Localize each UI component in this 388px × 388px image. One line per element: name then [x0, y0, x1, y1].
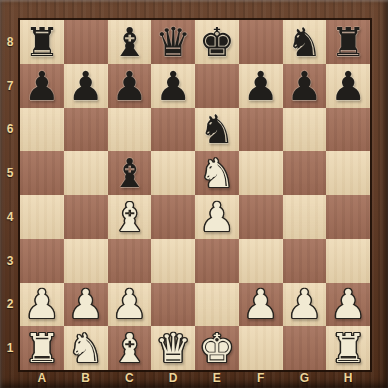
square-g8[interactable]: ♞: [283, 20, 327, 64]
square-a1[interactable]: ♜: [20, 326, 64, 370]
square-b6[interactable]: [64, 108, 108, 152]
square-g1[interactable]: [283, 326, 327, 370]
square-h4[interactable]: [326, 195, 370, 239]
square-a7[interactable]: ♟: [20, 64, 64, 108]
piece-white-rook[interactable]: ♜: [330, 328, 366, 368]
piece-black-bishop[interactable]: ♝: [111, 22, 147, 62]
piece-white-knight[interactable]: ♞: [199, 153, 235, 193]
board: ♜♝♛♚♞♜♟♟♟♟♟♟♟♞♝♞♝♟♟♟♟♟♟♟♜♞♝♛♚♜: [20, 20, 370, 370]
square-f1[interactable]: [239, 326, 283, 370]
rank-label-6: 6: [0, 108, 20, 152]
rank-label-2: 2: [0, 283, 20, 327]
square-a3[interactable]: [20, 239, 64, 283]
square-b1[interactable]: ♞: [64, 326, 108, 370]
file-label-f: F: [239, 370, 283, 386]
square-a4[interactable]: [20, 195, 64, 239]
file-label-g: G: [283, 370, 327, 386]
piece-black-pawn[interactable]: ♟: [111, 66, 147, 106]
square-e3[interactable]: [195, 239, 239, 283]
piece-white-pawn[interactable]: ♟: [111, 284, 147, 324]
rank-label-3: 3: [0, 239, 20, 283]
square-f4[interactable]: [239, 195, 283, 239]
piece-black-pawn[interactable]: ♟: [24, 66, 60, 106]
square-a5[interactable]: [20, 151, 64, 195]
piece-white-rook[interactable]: ♜: [24, 328, 60, 368]
square-h8[interactable]: ♜: [326, 20, 370, 64]
rank-label-1: 1: [0, 326, 20, 370]
square-e1[interactable]: ♚: [195, 326, 239, 370]
square-d8[interactable]: ♛: [151, 20, 195, 64]
rank-labels: 87654321: [0, 20, 20, 370]
square-a2[interactable]: ♟: [20, 283, 64, 327]
square-c4[interactable]: ♝: [108, 195, 152, 239]
piece-black-king[interactable]: ♚: [199, 22, 235, 62]
rank-label-4: 4: [0, 195, 20, 239]
piece-white-pawn[interactable]: ♟: [243, 284, 279, 324]
file-label-e: E: [195, 370, 239, 386]
square-c8[interactable]: ♝: [108, 20, 152, 64]
piece-black-pawn[interactable]: ♟: [68, 66, 104, 106]
square-d5[interactable]: [151, 151, 195, 195]
file-label-h: H: [326, 370, 370, 386]
square-h3[interactable]: [326, 239, 370, 283]
square-h5[interactable]: [326, 151, 370, 195]
square-g2[interactable]: ♟: [283, 283, 327, 327]
square-b3[interactable]: [64, 239, 108, 283]
square-h6[interactable]: [326, 108, 370, 152]
square-f2[interactable]: ♟: [239, 283, 283, 327]
square-h1[interactable]: ♜: [326, 326, 370, 370]
piece-white-pawn[interactable]: ♟: [286, 284, 322, 324]
square-c7[interactable]: ♟: [108, 64, 152, 108]
piece-black-pawn[interactable]: ♟: [155, 66, 191, 106]
square-c6[interactable]: [108, 108, 152, 152]
square-b5[interactable]: [64, 151, 108, 195]
piece-white-knight[interactable]: ♞: [68, 328, 104, 368]
square-d2[interactable]: [151, 283, 195, 327]
square-e5[interactable]: ♞: [195, 151, 239, 195]
square-d3[interactable]: [151, 239, 195, 283]
chess-board-frame: 87654321 ♜♝♛♚♞♜♟♟♟♟♟♟♟♞♝♞♝♟♟♟♟♟♟♟♜♞♝♛♚♜ …: [0, 0, 388, 388]
piece-black-pawn[interactable]: ♟: [286, 66, 322, 106]
square-c3[interactable]: [108, 239, 152, 283]
square-g3[interactable]: [283, 239, 327, 283]
square-f3[interactable]: [239, 239, 283, 283]
piece-black-pawn[interactable]: ♟: [330, 66, 366, 106]
piece-black-pawn[interactable]: ♟: [243, 66, 279, 106]
square-d4[interactable]: [151, 195, 195, 239]
piece-white-pawn[interactable]: ♟: [330, 284, 366, 324]
square-h2[interactable]: ♟: [326, 283, 370, 327]
piece-white-king[interactable]: ♚: [199, 328, 235, 368]
square-a8[interactable]: ♜: [20, 20, 64, 64]
square-f5[interactable]: [239, 151, 283, 195]
square-g4[interactable]: [283, 195, 327, 239]
file-label-c: C: [108, 370, 152, 386]
piece-black-rook[interactable]: ♜: [24, 22, 60, 62]
piece-white-queen[interactable]: ♛: [155, 328, 191, 368]
piece-white-pawn[interactable]: ♟: [68, 284, 104, 324]
square-f6[interactable]: [239, 108, 283, 152]
square-b7[interactable]: ♟: [64, 64, 108, 108]
file-labels: ABCDEFGH: [20, 370, 370, 386]
square-g7[interactable]: ♟: [283, 64, 327, 108]
square-e2[interactable]: [195, 283, 239, 327]
square-b2[interactable]: ♟: [64, 283, 108, 327]
square-g6[interactable]: [283, 108, 327, 152]
rank-label-5: 5: [0, 151, 20, 195]
piece-white-bishop[interactable]: ♝: [111, 328, 147, 368]
square-b4[interactable]: [64, 195, 108, 239]
square-e8[interactable]: ♚: [195, 20, 239, 64]
rank-label-8: 8: [0, 20, 20, 64]
rank-label-7: 7: [0, 64, 20, 108]
square-e6[interactable]: ♞: [195, 108, 239, 152]
file-label-a: A: [20, 370, 64, 386]
piece-black-knight[interactable]: ♞: [286, 22, 322, 62]
piece-white-pawn[interactable]: ♟: [24, 284, 60, 324]
square-d1[interactable]: ♛: [151, 326, 195, 370]
piece-white-bishop[interactable]: ♝: [111, 197, 147, 237]
square-c5[interactable]: ♝: [108, 151, 152, 195]
piece-white-pawn[interactable]: ♟: [199, 197, 235, 237]
square-f7[interactable]: ♟: [239, 64, 283, 108]
file-label-b: B: [64, 370, 108, 386]
file-label-d: D: [151, 370, 195, 386]
square-e4[interactable]: ♟: [195, 195, 239, 239]
square-f8[interactable]: [239, 20, 283, 64]
square-e7[interactable]: [195, 64, 239, 108]
square-a6[interactable]: [20, 108, 64, 152]
piece-black-knight[interactable]: ♞: [199, 109, 235, 149]
square-d7[interactable]: ♟: [151, 64, 195, 108]
piece-black-queen[interactable]: ♛: [155, 22, 191, 62]
square-c1[interactable]: ♝: [108, 326, 152, 370]
square-g5[interactable]: [283, 151, 327, 195]
square-b8[interactable]: [64, 20, 108, 64]
square-h7[interactable]: ♟: [326, 64, 370, 108]
square-c2[interactable]: ♟: [108, 283, 152, 327]
piece-black-rook[interactable]: ♜: [330, 22, 366, 62]
square-d6[interactable]: [151, 108, 195, 152]
piece-black-bishop[interactable]: ♝: [111, 153, 147, 193]
